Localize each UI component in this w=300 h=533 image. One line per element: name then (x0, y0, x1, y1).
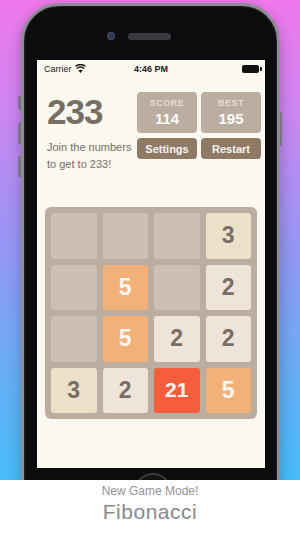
game-board[interactable]: 35252232215 (45, 207, 257, 419)
empty-cell (51, 213, 97, 259)
game-subtitle: Join the numbers to get to 233! (47, 139, 131, 173)
tile-2: 2 (103, 368, 149, 414)
tile-3: 3 (51, 368, 97, 414)
earpiece-speaker-icon (128, 33, 171, 40)
empty-cell (103, 213, 149, 259)
empty-cell (154, 213, 200, 259)
game-screen: 4:46 PM Carrier 233 Join the numbers (37, 60, 265, 468)
best-box: BEST 195 (201, 92, 261, 133)
tile-21: 21 (154, 368, 200, 414)
subtitle-line-1: Join the numbers (47, 141, 131, 153)
tile-2: 2 (206, 265, 252, 311)
empty-cell (51, 265, 97, 311)
goal-title: 233 (47, 94, 102, 129)
caption-title: Fibonacci (0, 500, 300, 524)
iphone-frame: 4:46 PM Carrier 233 Join the numbers (21, 3, 280, 480)
home-button (134, 473, 172, 480)
tile-2: 2 (154, 316, 200, 362)
caption-subtitle: New Game Mode! (0, 480, 300, 498)
tile-5: 5 (103, 316, 149, 362)
empty-cell (51, 316, 97, 362)
caption-band: New Game Mode! Fibonacci (0, 480, 300, 533)
score-box: SCORE 114 (137, 92, 197, 133)
tile-3: 3 (206, 213, 252, 259)
settings-button[interactable]: Settings (137, 138, 197, 159)
best-label: BEST (201, 98, 261, 108)
front-camera-icon (107, 32, 115, 40)
tile-2: 2 (206, 316, 252, 362)
status-bar: 4:46 PM Carrier (37, 60, 265, 77)
score-value: 114 (137, 110, 197, 127)
clock: 4:46 PM (37, 64, 265, 74)
score-label: SCORE (137, 98, 197, 108)
best-value: 195 (201, 110, 261, 127)
restart-button[interactable]: Restart (201, 138, 261, 159)
empty-cell (154, 265, 200, 311)
gradient-background: 4:46 PM Carrier 233 Join the numbers (0, 0, 300, 480)
tile-5: 5 (103, 265, 149, 311)
app-store-screenshot: 4:46 PM Carrier 233 Join the numbers (0, 0, 300, 533)
subtitle-line-2: to get to 233! (47, 158, 111, 170)
tile-5: 5 (206, 368, 252, 414)
battery-icon (242, 65, 259, 73)
